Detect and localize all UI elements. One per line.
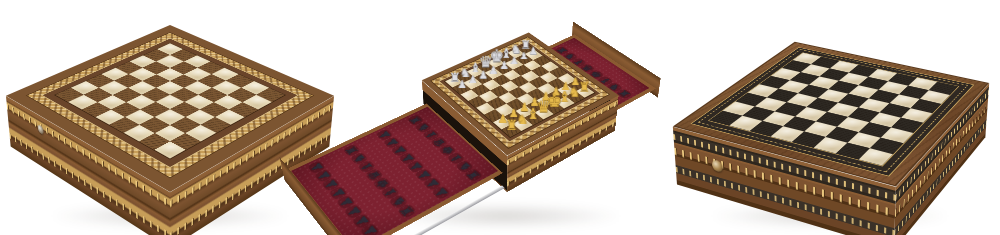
- chess-board: [54, 42, 286, 158]
- product-view-walnut-closed: [0, 0, 340, 235]
- square-a1: ♜: [501, 123, 521, 136]
- drawer-knob-icon: [712, 159, 723, 173]
- drawer-knob-icon: [37, 123, 43, 134]
- product-view-black-closed: [660, 0, 1000, 235]
- product-view-open-drawers: ♜♞♝♛♚♝♞♜♟♟♟♟♟♟♟♟♟♟♟♟♟♟♟♟♜♞♝♛♚♝♞♜ ♟♟♟♟♟♟♟…: [340, 0, 670, 235]
- chess-case-black: [673, 42, 989, 187]
- chess-case-open: ♜♞♝♛♚♝♞♜♟♟♟♟♟♟♟♟♟♟♟♟♟♟♟♟♜♞♝♛♚♝♞♜ ♟♟♟♟♟♟♟…: [422, 32, 619, 155]
- product-photo-strip: ♜♞♝♛♚♝♞♜♟♟♟♟♟♟♟♟♟♟♟♟♟♟♟♟♜♞♝♛♚♝♞♜ ♟♟♟♟♟♟♟…: [0, 0, 1000, 235]
